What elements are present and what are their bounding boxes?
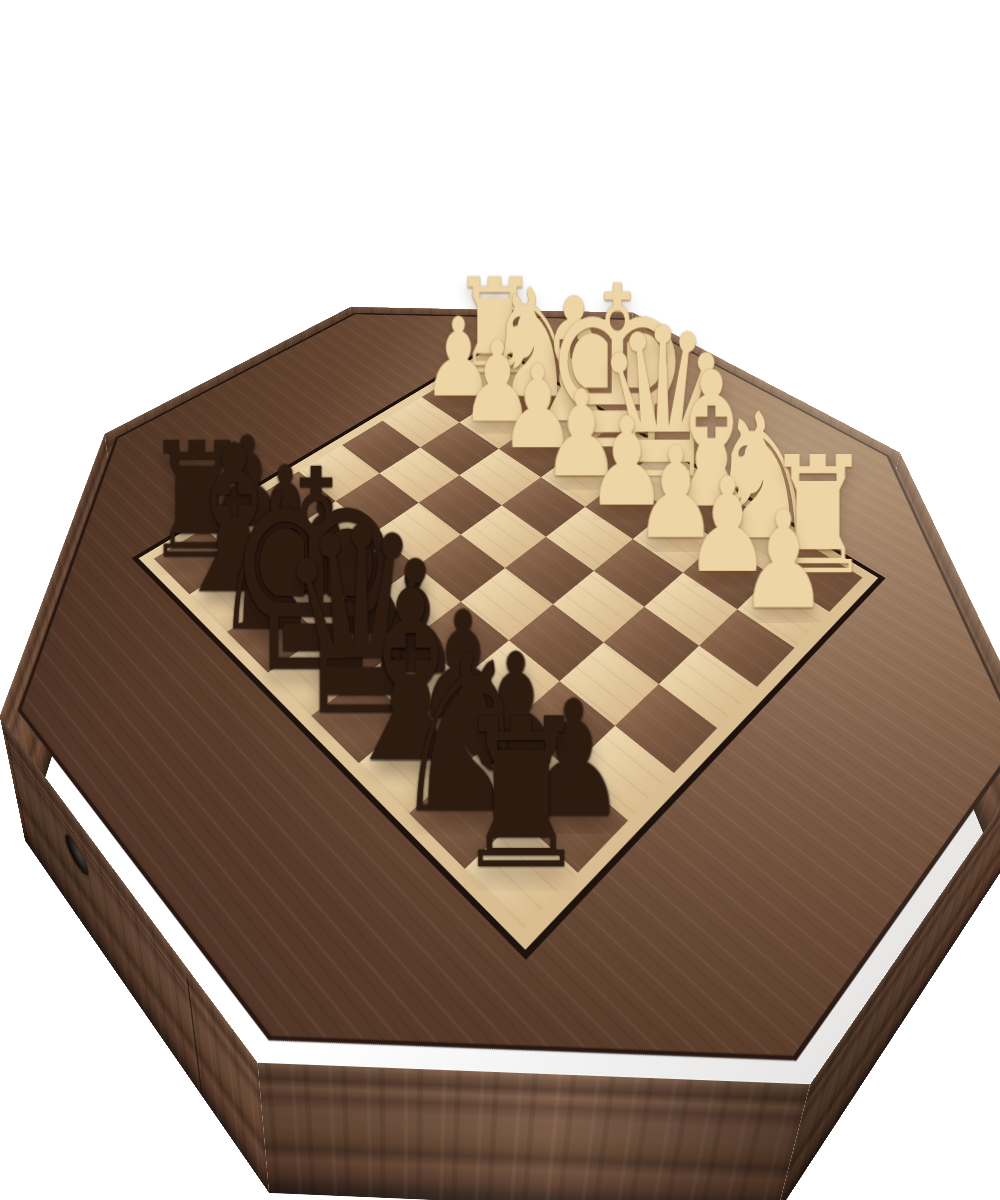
- black-rook-glyph: ♜: [453, 692, 590, 898]
- chess-box-3d: ♜♞♝♚♛♝♞♜♟♟♟♟♟♟♟♟♟♟♟♟♟♟♟♟♜♝♞♚♛♝♞♜: [0, 236, 1000, 1200]
- drawer-seam-left: [6, 733, 30, 846]
- white-pawn-glyph: ♟: [739, 492, 829, 627]
- drawer-seam-right: [187, 978, 203, 1096]
- product-photo-scene: ♜♞♝♚♛♝♞♜♟♟♟♟♟♟♟♟♟♟♟♟♟♟♟♟♜♝♞♚♛♝♞♜: [0, 0, 1000, 1200]
- perspective-stage: ♜♞♝♚♛♝♞♜♟♟♟♟♟♟♟♟♟♟♟♟♟♟♟♟♜♝♞♚♛♝♞♜: [0, 0, 1000, 1200]
- drawer-knob[interactable]: [63, 827, 90, 884]
